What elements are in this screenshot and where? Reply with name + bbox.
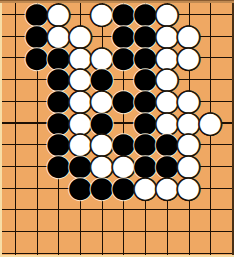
intersection-c8-r8[interactable]: ●: [156, 155, 178, 177]
intersection-c5-r6[interactable]: ●: [91, 112, 113, 134]
intersection-c8-r9[interactable]: ●: [156, 177, 178, 199]
black-stone: ●: [46, 89, 71, 111]
intersection-c4-r7[interactable]: ●: [69, 133, 91, 155]
white-stone: ●: [67, 133, 92, 155]
intersection-c6-r3[interactable]: ●: [113, 47, 135, 69]
intersection-c3-r9[interactable]: [48, 177, 70, 199]
white-stone: ●: [67, 111, 92, 133]
intersection-c10-r5[interactable]: [199, 90, 221, 112]
intersection-c7-r6[interactable]: ●: [134, 112, 156, 134]
intersection-c1-r6[interactable]: [4, 112, 26, 134]
intersection-c2-r7[interactable]: [26, 133, 48, 155]
intersection-c2-r2[interactable]: ●: [26, 25, 48, 47]
black-stone: ●: [89, 176, 114, 198]
black-stone: ●: [132, 133, 157, 155]
intersection-c10-r7[interactable]: [199, 133, 221, 155]
intersection-c9-r10[interactable]: [178, 198, 200, 220]
intersection-c6-r7[interactable]: ●: [113, 133, 135, 155]
intersection-c9-r2[interactable]: ●: [178, 25, 200, 47]
intersection-c6-r1[interactable]: ●: [113, 3, 135, 25]
board-right-edge: [232, 3, 234, 257]
intersection-c4-r11[interactable]: [69, 220, 91, 242]
intersection-c10-r11[interactable]: [199, 220, 221, 242]
intersection-c5-r5[interactable]: ●: [91, 90, 113, 112]
intersection-c2-r11[interactable]: [26, 220, 48, 242]
black-stone: ●: [89, 68, 114, 90]
black-stone: ●: [132, 154, 157, 176]
intersection-c10-r3[interactable]: [199, 47, 221, 69]
black-stone: ●: [24, 3, 49, 25]
black-stone: ●: [111, 133, 136, 155]
intersection-c1-r10[interactable]: [4, 198, 26, 220]
intersection-c10-r10[interactable]: [199, 198, 221, 220]
intersection-c6-r4[interactable]: [113, 68, 135, 90]
intersection-c3-r5[interactable]: ●: [48, 90, 70, 112]
intersection-c3-r10[interactable]: [48, 198, 70, 220]
intersection-c10-r8[interactable]: [199, 155, 221, 177]
intersection-c6-r8[interactable]: ●: [113, 155, 135, 177]
white-stone: ●: [154, 68, 179, 90]
intersection-c9-r1[interactable]: [178, 3, 200, 25]
intersection-c6-r9[interactable]: ●: [113, 177, 135, 199]
black-stone: ●: [111, 46, 136, 68]
intersection-c3-r4[interactable]: ●: [48, 68, 70, 90]
black-stone: ●: [46, 133, 71, 155]
white-stone: ●: [154, 111, 179, 133]
intersection-c7-r9[interactable]: ●: [134, 177, 156, 199]
intersection-c6-r5[interactable]: ●: [113, 90, 135, 112]
intersection-c10-r1[interactable]: [199, 3, 221, 25]
intersection-c9-r9[interactable]: ●: [178, 177, 200, 199]
intersection-c8-r3[interactable]: ●: [156, 47, 178, 69]
black-stone: ●: [46, 111, 71, 133]
intersection-c8-r5[interactable]: ●: [156, 90, 178, 112]
intersection-c7-r4[interactable]: ●: [134, 68, 156, 90]
intersection-c5-r11[interactable]: [91, 220, 113, 242]
white-stone: ●: [111, 154, 136, 176]
black-stone: ●: [111, 24, 136, 46]
board-left-edge: [0, 3, 2, 257]
intersection-c5-r7[interactable]: ●: [91, 133, 113, 155]
intersection-c5-r10[interactable]: [91, 198, 113, 220]
intersection-c4-r9[interactable]: ●: [69, 177, 91, 199]
black-stone: ●: [132, 24, 157, 46]
black-stone: ●: [46, 68, 71, 90]
intersection-c5-r4[interactable]: ●: [91, 68, 113, 90]
intersection-c1-r2[interactable]: [4, 25, 26, 47]
white-stone: ●: [154, 89, 179, 111]
intersection-c9-r5[interactable]: ●: [178, 90, 200, 112]
intersection-c4-r3[interactable]: ●: [69, 47, 91, 69]
white-stone: ●: [46, 24, 71, 46]
black-stone: ●: [132, 3, 157, 25]
intersection-c7-r8[interactable]: ●: [134, 155, 156, 177]
intersection-c8-r4[interactable]: ●: [156, 68, 178, 90]
white-stone: ●: [176, 89, 201, 111]
intersection-c9-r8[interactable]: ●: [178, 155, 200, 177]
white-stone: ●: [198, 111, 223, 133]
intersection-c10-r9[interactable]: [199, 177, 221, 199]
intersection-c4-r8[interactable]: ●: [69, 155, 91, 177]
intersection-c4-r10[interactable]: [69, 198, 91, 220]
intersection-c6-r6[interactable]: [113, 112, 135, 134]
black-stone: ●: [46, 154, 71, 176]
intersection-c8-r7[interactable]: ●: [156, 133, 178, 155]
intersection-c9-r4[interactable]: [178, 68, 200, 90]
go-board-grid: ●●●●●●●●●●●●●●●●●●●●●●●●●●●●●●●●●●●●●●●●…: [4, 3, 234, 257]
white-stone: ●: [154, 3, 179, 25]
intersection-c10-r6[interactable]: ●: [199, 112, 221, 134]
intersection-c9-r3[interactable]: ●: [178, 47, 200, 69]
intersection-c8-r10[interactable]: [156, 198, 178, 220]
white-stone: ●: [67, 46, 92, 68]
white-stone: ●: [67, 68, 92, 90]
black-stone: ●: [154, 154, 179, 176]
intersection-c9-r11[interactable]: [178, 220, 200, 242]
black-stone: ●: [132, 111, 157, 133]
intersection-c7-r10[interactable]: [134, 198, 156, 220]
intersection-c6-r11[interactable]: [113, 220, 135, 242]
board-top-edge: [0, 0, 234, 3]
white-stone: ●: [67, 89, 92, 111]
black-stone: ●: [132, 46, 157, 68]
white-stone: ●: [176, 154, 201, 176]
intersection-c2-r4[interactable]: [26, 68, 48, 90]
intersection-c2-r3[interactable]: ●: [26, 47, 48, 69]
intersection-c2-r1[interactable]: ●: [26, 3, 48, 25]
intersection-c4-r4[interactable]: ●: [69, 68, 91, 90]
white-stone: ●: [176, 133, 201, 155]
intersection-c10-r2[interactable]: [199, 25, 221, 47]
intersection-c4-r2[interactable]: ●: [69, 25, 91, 47]
intersection-c1-r9[interactable]: [4, 177, 26, 199]
black-stone: ●: [46, 46, 71, 68]
intersection-c2-r6[interactable]: [26, 112, 48, 134]
intersection-c1-r8[interactable]: [4, 155, 26, 177]
intersection-c1-r11[interactable]: [4, 220, 26, 242]
white-stone: ●: [89, 154, 114, 176]
intersection-c5-r1[interactable]: ●: [91, 3, 113, 25]
intersection-c3-r1[interactable]: ●: [48, 3, 70, 25]
black-stone: ●: [24, 46, 49, 68]
black-stone: ●: [132, 89, 157, 111]
intersection-c2-r10[interactable]: [26, 198, 48, 220]
intersection-c7-r3[interactable]: ●: [134, 47, 156, 69]
white-stone: ●: [176, 111, 201, 133]
black-stone: ●: [132, 68, 157, 90]
intersection-c1-r1[interactable]: [4, 3, 26, 25]
intersection-c8-r11[interactable]: [156, 220, 178, 242]
intersection-c5-r2[interactable]: [91, 25, 113, 47]
white-stone: ●: [176, 176, 201, 198]
intersection-c7-r7[interactable]: ●: [134, 133, 156, 155]
intersection-c9-r7[interactable]: ●: [178, 133, 200, 155]
intersection-c3-r8[interactable]: ●: [48, 155, 70, 177]
intersection-c3-r3[interactable]: ●: [48, 47, 70, 69]
white-stone: ●: [89, 89, 114, 111]
black-stone: ●: [24, 24, 49, 46]
white-stone: ●: [154, 24, 179, 46]
intersection-c2-r8[interactable]: [26, 155, 48, 177]
white-stone: ●: [176, 46, 201, 68]
intersection-c3-r2[interactable]: ●: [48, 25, 70, 47]
black-stone: ●: [67, 176, 92, 198]
white-stone: ●: [67, 24, 92, 46]
intersection-c3-r7[interactable]: ●: [48, 133, 70, 155]
black-stone: ●: [154, 133, 179, 155]
white-stone: ●: [89, 133, 114, 155]
intersection-c8-r2[interactable]: ●: [156, 25, 178, 47]
intersection-c1-r7[interactable]: [4, 133, 26, 155]
intersection-c7-r11[interactable]: [134, 220, 156, 242]
black-stone: ●: [67, 154, 92, 176]
white-stone: ●: [89, 3, 114, 25]
intersection-c5-r8[interactable]: ●: [91, 155, 113, 177]
intersection-c6-r10[interactable]: [113, 198, 135, 220]
intersection-c4-r5[interactable]: ●: [69, 90, 91, 112]
black-stone: ●: [89, 111, 114, 133]
intersection-c10-r4[interactable]: [199, 68, 221, 90]
intersection-c5-r3[interactable]: ●: [91, 47, 113, 69]
intersection-c6-r2[interactable]: ●: [113, 25, 135, 47]
white-stone: ●: [154, 46, 179, 68]
intersection-c7-r5[interactable]: ●: [134, 90, 156, 112]
intersection-c7-r2[interactable]: ●: [134, 25, 156, 47]
intersection-c4-r6[interactable]: ●: [69, 112, 91, 134]
intersection-c1-r5[interactable]: [4, 90, 26, 112]
black-stone: ●: [111, 89, 136, 111]
intersection-c5-r9[interactable]: ●: [91, 177, 113, 199]
intersection-c2-r9[interactable]: [26, 177, 48, 199]
white-stone: ●: [89, 46, 114, 68]
intersection-c1-r4[interactable]: [4, 68, 26, 90]
intersection-c1-r3[interactable]: [4, 47, 26, 69]
intersection-c8-r1[interactable]: ●: [156, 3, 178, 25]
white-stone: ●: [46, 3, 71, 25]
black-stone: ●: [111, 3, 136, 25]
intersection-c9-r6[interactable]: ●: [178, 112, 200, 134]
go-board-diagram: ●●●●●●●●●●●●●●●●●●●●●●●●●●●●●●●●●●●●●●●●…: [0, 0, 234, 257]
black-stone: ●: [111, 176, 136, 198]
white-stone: ●: [176, 24, 201, 46]
white-stone: ●: [154, 176, 179, 198]
intersection-c4-r1[interactable]: [69, 3, 91, 25]
intersection-c3-r11[interactable]: [48, 220, 70, 242]
intersection-c2-r5[interactable]: [26, 90, 48, 112]
intersection-c3-r6[interactable]: ●: [48, 112, 70, 134]
intersection-c8-r6[interactable]: ●: [156, 112, 178, 134]
white-stone: ●: [132, 176, 157, 198]
intersection-c7-r1[interactable]: ●: [134, 3, 156, 25]
